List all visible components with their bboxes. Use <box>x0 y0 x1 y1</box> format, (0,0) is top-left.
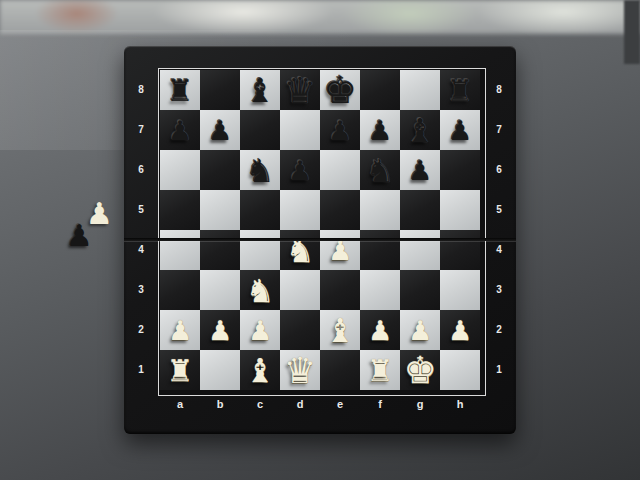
playing-area-border: ♜♝♛♚♜♟♟♟♟♝♟♞♟♞♟♞♟♞♟♟♟♝♟♟♟♜♝♛♜♚ <box>158 68 486 396</box>
square-g3[interactable] <box>400 270 440 310</box>
square-d6[interactable]: ♟ <box>280 150 320 190</box>
black-pawn-f7[interactable]: ♟ <box>360 110 400 150</box>
white-pawn-b2[interactable]: ♟ <box>200 310 240 350</box>
white-pawn-g2[interactable]: ♟ <box>400 310 440 350</box>
rank-label-8-left: 8 <box>131 70 151 110</box>
rank-label-6-left: 6 <box>131 150 151 190</box>
square-g1[interactable]: ♚ <box>400 350 440 390</box>
white-knight-d4[interactable]: ♞ <box>280 230 320 270</box>
square-e3[interactable] <box>320 270 360 310</box>
square-a5[interactable] <box>160 190 200 230</box>
square-b3[interactable] <box>200 270 240 310</box>
rank-label-1-left: 1 <box>131 350 151 390</box>
square-a8[interactable]: ♜ <box>160 70 200 110</box>
square-b4[interactable] <box>200 230 240 270</box>
rank-label-7-left: 7 <box>131 110 151 150</box>
white-pawn-f2[interactable]: ♟ <box>360 310 400 350</box>
square-g8[interactable] <box>400 70 440 110</box>
square-g4[interactable] <box>400 230 440 270</box>
square-e1[interactable] <box>320 350 360 390</box>
rank-label-5-left: 5 <box>131 190 151 230</box>
rank-label-2-left: 2 <box>131 310 151 350</box>
rank-label-2-right: 2 <box>489 310 509 350</box>
white-pawn-a2[interactable]: ♟ <box>160 310 200 350</box>
square-h2[interactable]: ♟ <box>440 310 480 350</box>
square-d1[interactable]: ♛ <box>280 350 320 390</box>
square-e8[interactable]: ♚ <box>320 70 360 110</box>
square-f5[interactable] <box>360 190 400 230</box>
file-label-d-bottom: d <box>280 398 320 410</box>
black-bishop-c8[interactable]: ♝ <box>240 70 280 110</box>
square-b8[interactable] <box>200 70 240 110</box>
black-pawn-h7[interactable]: ♟ <box>440 110 480 150</box>
square-d4[interactable]: ♞ <box>280 230 320 270</box>
black-knight-f6[interactable]: ♞ <box>360 150 400 190</box>
square-g7[interactable]: ♝ <box>400 110 440 150</box>
black-king-e8[interactable]: ♚ <box>320 70 360 110</box>
square-c6[interactable]: ♞ <box>240 150 280 190</box>
white-pawn-c2[interactable]: ♟ <box>240 310 280 350</box>
square-c1[interactable]: ♝ <box>240 350 280 390</box>
square-f8[interactable] <box>360 70 400 110</box>
square-h3[interactable] <box>440 270 480 310</box>
white-pawn-e4[interactable]: ♟ <box>320 230 360 270</box>
square-a2[interactable]: ♟ <box>160 310 200 350</box>
rank-label-4-right: 4 <box>489 230 509 270</box>
file-label-a-bottom: a <box>160 398 200 410</box>
square-a4[interactable] <box>160 230 200 270</box>
square-b7[interactable]: ♟ <box>200 110 240 150</box>
square-c3[interactable]: ♞ <box>240 270 280 310</box>
rank-label-7-right: 7 <box>489 110 509 150</box>
black-pawn-b7[interactable]: ♟ <box>200 110 240 150</box>
rank-label-1-right: 1 <box>489 350 509 390</box>
square-a6[interactable] <box>160 150 200 190</box>
rank-label-6-right: 6 <box>489 150 509 190</box>
chess-board: ♜♝♛♚♜♟♟♟♟♝♟♞♟♞♟♞♟♞♟♟♟♝♟♟♟♜♝♛♜♚ <box>160 70 480 390</box>
rank-label-8-right: 8 <box>489 70 509 110</box>
black-rook-h8[interactable]: ♜ <box>440 70 480 110</box>
square-c2[interactable]: ♟ <box>240 310 280 350</box>
square-a1[interactable]: ♜ <box>160 350 200 390</box>
square-d2[interactable] <box>280 310 320 350</box>
square-c4[interactable] <box>240 230 280 270</box>
square-f4[interactable] <box>360 230 400 270</box>
black-pawn-g6[interactable]: ♟ <box>400 150 440 190</box>
square-c5[interactable] <box>240 190 280 230</box>
square-h7[interactable]: ♟ <box>440 110 480 150</box>
file-label-f-bottom: f <box>360 398 400 410</box>
file-label-g-bottom: g <box>400 398 440 410</box>
black-pawn-e7[interactable]: ♟ <box>320 110 360 150</box>
white-pawn-h2[interactable]: ♟ <box>440 310 480 350</box>
white-bishop-c1[interactable]: ♝ <box>240 350 280 390</box>
square-b2[interactable]: ♟ <box>200 310 240 350</box>
square-f2[interactable]: ♟ <box>360 310 400 350</box>
window-background <box>0 0 640 34</box>
square-d3[interactable] <box>280 270 320 310</box>
square-a7[interactable]: ♟ <box>160 110 200 150</box>
file-label-c-bottom: c <box>240 398 280 410</box>
square-e2[interactable]: ♝ <box>320 310 360 350</box>
white-bishop-e2[interactable]: ♝ <box>320 310 360 350</box>
black-queen-d8[interactable]: ♛ <box>280 70 320 110</box>
rank-label-3-right: 3 <box>489 270 509 310</box>
white-rook-a1[interactable]: ♜ <box>160 350 200 390</box>
square-f1[interactable]: ♜ <box>360 350 400 390</box>
square-c8[interactable]: ♝ <box>240 70 280 110</box>
captured-black-pawn[interactable]: ♟ <box>66 218 93 253</box>
rank-label-3-left: 3 <box>131 270 151 310</box>
square-h4[interactable] <box>440 230 480 270</box>
black-bishop-g7[interactable]: ♝ <box>400 110 440 150</box>
black-knight-c6[interactable]: ♞ <box>240 150 280 190</box>
black-pawn-a7[interactable]: ♟ <box>160 110 200 150</box>
square-h1[interactable] <box>440 350 480 390</box>
black-rook-a8[interactable]: ♜ <box>160 70 200 110</box>
square-a3[interactable] <box>160 270 200 310</box>
square-f6[interactable]: ♞ <box>360 150 400 190</box>
file-label-e-bottom: e <box>320 398 360 410</box>
file-label-h-bottom: h <box>440 398 480 410</box>
square-d7[interactable] <box>280 110 320 150</box>
square-e6[interactable] <box>320 150 360 190</box>
white-rook-f1[interactable]: ♜ <box>360 350 400 390</box>
square-g5[interactable] <box>400 190 440 230</box>
square-e5[interactable] <box>320 190 360 230</box>
square-f7[interactable]: ♟ <box>360 110 400 150</box>
square-h5[interactable] <box>440 190 480 230</box>
square-d5[interactable] <box>280 190 320 230</box>
square-h6[interactable] <box>440 150 480 190</box>
square-g6[interactable]: ♟ <box>400 150 440 190</box>
square-e4[interactable]: ♟ <box>320 230 360 270</box>
square-e7[interactable]: ♟ <box>320 110 360 150</box>
white-knight-c3[interactable]: ♞ <box>240 270 280 310</box>
black-pawn-d6[interactable]: ♟ <box>280 150 320 190</box>
square-b6[interactable] <box>200 150 240 190</box>
board-fold-hinge <box>124 238 516 241</box>
chess-board-frame: ♜♝♛♚♜♟♟♟♟♝♟♞♟♞♟♞♟♞♟♟♟♝♟♟♟♜♝♛♜♚ abcdefgh8… <box>124 46 516 434</box>
square-c7[interactable] <box>240 110 280 150</box>
square-b1[interactable] <box>200 350 240 390</box>
white-queen-d1[interactable]: ♛ <box>280 350 320 390</box>
file-label-b-bottom: b <box>200 398 240 410</box>
square-f3[interactable] <box>360 270 400 310</box>
photo-chess-scene: { "game": "chess", "scene_description": … <box>0 0 640 480</box>
square-g2[interactable]: ♟ <box>400 310 440 350</box>
rank-label-5-right: 5 <box>489 190 509 230</box>
white-king-g1[interactable]: ♚ <box>400 350 440 390</box>
square-b5[interactable] <box>200 190 240 230</box>
square-h8[interactable]: ♜ <box>440 70 480 110</box>
square-d8[interactable]: ♛ <box>280 70 320 110</box>
rank-label-4-left: 4 <box>131 230 151 270</box>
